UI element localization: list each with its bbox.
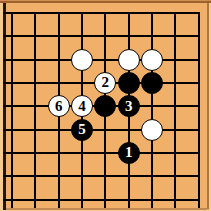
go-stone-black-move-3: 3 — [118, 95, 140, 117]
go-stone-white-move-4: 4 — [71, 95, 93, 117]
go-stone-black-move-1: 1 — [118, 142, 140, 164]
stone-number: 5 — [78, 122, 86, 137]
go-stone-white — [71, 49, 93, 71]
go-stone-black-move-5: 5 — [71, 119, 93, 141]
go-stone-white — [141, 119, 163, 141]
go-board-diagram: 264351 — [0, 0, 211, 211]
go-stone-black — [141, 72, 163, 94]
go-stone-white — [141, 49, 163, 71]
stone-number: 1 — [125, 145, 133, 160]
stone-number: 4 — [78, 99, 86, 114]
go-stone-white — [118, 49, 140, 71]
stone-number: 6 — [55, 99, 63, 114]
go-stone-black — [94, 95, 116, 117]
go-stone-black — [118, 72, 140, 94]
stone-number: 2 — [102, 75, 110, 90]
stone-number: 3 — [125, 99, 133, 114]
go-stone-white-move-2: 2 — [94, 72, 116, 94]
go-stone-white-move-6: 6 — [48, 95, 70, 117]
go-board[interactable]: 264351 — [0, 1, 210, 211]
